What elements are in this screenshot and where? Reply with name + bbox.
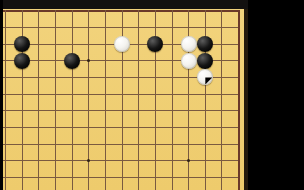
intersection[interactable] xyxy=(97,36,114,53)
intersection[interactable] xyxy=(30,36,47,53)
intersection[interactable] xyxy=(164,69,181,86)
intersection[interactable] xyxy=(164,136,181,153)
intersection[interactable] xyxy=(64,36,81,53)
intersection[interactable] xyxy=(147,186,164,190)
intersection[interactable] xyxy=(130,9,147,19)
intersection[interactable] xyxy=(164,186,181,190)
intersection[interactable] xyxy=(14,36,31,53)
intersection[interactable] xyxy=(80,19,97,36)
intersection[interactable] xyxy=(130,102,147,119)
intersection[interactable] xyxy=(180,9,197,19)
intersection[interactable] xyxy=(47,86,64,103)
intersection[interactable] xyxy=(97,19,114,36)
intersection[interactable] xyxy=(47,136,64,153)
intersection[interactable] xyxy=(180,19,197,36)
intersection[interactable] xyxy=(14,86,31,103)
intersection[interactable] xyxy=(3,119,14,136)
star-point xyxy=(187,159,190,162)
intersection[interactable] xyxy=(14,19,31,36)
intersection[interactable] xyxy=(197,102,214,119)
intersection[interactable] xyxy=(164,169,181,186)
intersection[interactable] xyxy=(30,169,47,186)
intersection[interactable] xyxy=(114,86,131,103)
intersection[interactable] xyxy=(47,36,64,53)
intersection[interactable] xyxy=(180,102,197,119)
black-stone-R16 xyxy=(197,53,213,69)
intersection[interactable] xyxy=(130,186,147,190)
intersection[interactable] xyxy=(197,86,214,103)
intersection[interactable] xyxy=(30,86,47,103)
intersection[interactable] xyxy=(14,152,31,169)
intersection[interactable] xyxy=(64,136,81,153)
intersection[interactable] xyxy=(80,186,97,190)
intersection[interactable] xyxy=(130,169,147,186)
intersection[interactable] xyxy=(147,9,164,19)
intersection[interactable] xyxy=(3,169,14,186)
intersection[interactable] xyxy=(130,119,147,136)
intersection[interactable] xyxy=(180,119,197,136)
white-stone-M17 xyxy=(114,36,130,52)
intersection[interactable] xyxy=(214,9,231,19)
video-frame xyxy=(0,0,304,190)
intersection[interactable] xyxy=(114,9,131,19)
intersection[interactable] xyxy=(114,102,131,119)
intersection[interactable] xyxy=(180,86,197,103)
intersection[interactable] xyxy=(147,86,164,103)
intersection[interactable] xyxy=(230,136,247,153)
intersection[interactable] xyxy=(214,36,231,53)
intersection[interactable] xyxy=(180,52,197,69)
intersection[interactable] xyxy=(164,9,181,19)
intersection[interactable] xyxy=(97,86,114,103)
intersection[interactable] xyxy=(230,19,247,36)
intersection[interactable] xyxy=(230,69,247,86)
intersection[interactable] xyxy=(214,119,231,136)
black-stone-J16 xyxy=(64,53,80,69)
intersection[interactable] xyxy=(214,102,231,119)
intersection[interactable] xyxy=(147,69,164,86)
intersection[interactable] xyxy=(3,9,14,19)
star-point xyxy=(87,159,90,162)
intersection[interactable] xyxy=(114,69,131,86)
intersection[interactable] xyxy=(30,152,47,169)
intersection[interactable] xyxy=(64,102,81,119)
intersection[interactable] xyxy=(114,19,131,36)
intersection[interactable] xyxy=(180,69,197,86)
intersection[interactable] xyxy=(230,86,247,103)
intersection[interactable] xyxy=(64,186,81,190)
intersection[interactable] xyxy=(97,9,114,19)
intersection[interactable] xyxy=(30,102,47,119)
intersection[interactable] xyxy=(97,136,114,153)
intersection[interactable] xyxy=(47,102,64,119)
last-move-triangle-icon xyxy=(205,77,212,84)
intersection[interactable] xyxy=(64,52,81,69)
intersection[interactable] xyxy=(197,9,214,19)
board-grid xyxy=(3,9,247,190)
intersection[interactable] xyxy=(230,9,247,19)
intersection[interactable] xyxy=(80,136,97,153)
intersection[interactable] xyxy=(230,119,247,136)
intersection[interactable] xyxy=(230,52,247,69)
intersection[interactable] xyxy=(230,36,247,53)
intersection[interactable] xyxy=(147,152,164,169)
intersection[interactable] xyxy=(180,169,197,186)
intersection[interactable] xyxy=(97,186,114,190)
intersection[interactable] xyxy=(3,186,14,190)
intersection[interactable] xyxy=(197,136,214,153)
intersection[interactable] xyxy=(47,69,64,86)
letterbox-right-bar xyxy=(248,0,304,190)
intersection[interactable] xyxy=(3,52,14,69)
star-point xyxy=(87,59,90,62)
intersection[interactable] xyxy=(47,169,64,186)
intersection[interactable] xyxy=(30,119,47,136)
intersection[interactable] xyxy=(130,86,147,103)
intersection[interactable] xyxy=(230,152,247,169)
intersection[interactable] xyxy=(47,186,64,190)
intersection[interactable] xyxy=(14,136,31,153)
intersection[interactable] xyxy=(130,152,147,169)
intersection[interactable] xyxy=(197,52,214,69)
intersection[interactable] xyxy=(214,169,231,186)
intersection[interactable] xyxy=(230,169,247,186)
intersection[interactable] xyxy=(14,9,31,19)
intersection[interactable] xyxy=(197,169,214,186)
intersection[interactable] xyxy=(214,19,231,36)
intersection[interactable] xyxy=(30,9,47,19)
intersection[interactable] xyxy=(114,36,131,53)
intersection[interactable] xyxy=(214,152,231,169)
intersection[interactable] xyxy=(180,152,197,169)
letterbox-left-bar xyxy=(0,0,3,190)
intersection[interactable] xyxy=(80,102,97,119)
intersection[interactable] xyxy=(47,119,64,136)
intersection[interactable] xyxy=(47,9,64,19)
intersection[interactable] xyxy=(197,36,214,53)
intersection[interactable] xyxy=(30,136,47,153)
intersection[interactable] xyxy=(114,152,131,169)
intersection[interactable] xyxy=(230,102,247,119)
intersection[interactable] xyxy=(147,52,164,69)
white-stone-R15 xyxy=(197,69,213,85)
intersection[interactable] xyxy=(80,169,97,186)
intersection[interactable] xyxy=(14,119,31,136)
intersection[interactable] xyxy=(97,152,114,169)
intersection[interactable] xyxy=(147,19,164,36)
intersection[interactable] xyxy=(130,136,147,153)
intersection[interactable] xyxy=(214,186,231,190)
intersection[interactable] xyxy=(130,69,147,86)
intersection[interactable] xyxy=(114,52,131,69)
intersection[interactable] xyxy=(80,69,97,86)
intersection[interactable] xyxy=(80,9,97,19)
intersection[interactable] xyxy=(114,136,131,153)
black-stone-F17 xyxy=(14,36,30,52)
intersection[interactable] xyxy=(64,9,81,19)
intersection[interactable] xyxy=(197,152,214,169)
intersection[interactable] xyxy=(3,69,14,86)
black-stone-R17 xyxy=(197,36,213,52)
intersection[interactable] xyxy=(197,69,214,86)
intersection[interactable] xyxy=(97,52,114,69)
black-stone-F16 xyxy=(14,53,30,69)
intersection[interactable] xyxy=(64,69,81,86)
black-stone-O17 xyxy=(147,36,163,52)
intersection[interactable] xyxy=(64,19,81,36)
intersection[interactable] xyxy=(3,136,14,153)
intersection[interactable] xyxy=(47,152,64,169)
intersection[interactable] xyxy=(114,169,131,186)
intersection[interactable] xyxy=(47,52,64,69)
intersection[interactable] xyxy=(164,19,181,36)
intersection[interactable] xyxy=(147,136,164,153)
intersection[interactable] xyxy=(14,169,31,186)
intersection[interactable] xyxy=(30,19,47,36)
intersection[interactable] xyxy=(97,69,114,86)
intersection[interactable] xyxy=(14,186,31,190)
intersection[interactable] xyxy=(114,119,131,136)
intersection[interactable] xyxy=(3,19,14,36)
intersection[interactable] xyxy=(114,186,131,190)
intersection[interactable] xyxy=(230,186,247,190)
intersection[interactable] xyxy=(180,36,197,53)
intersection[interactable] xyxy=(80,152,97,169)
intersection[interactable] xyxy=(14,102,31,119)
intersection[interactable] xyxy=(147,119,164,136)
intersection[interactable] xyxy=(80,52,97,69)
go-board xyxy=(3,9,248,190)
intersection[interactable] xyxy=(80,36,97,53)
intersection[interactable] xyxy=(30,186,47,190)
intersection[interactable] xyxy=(164,86,181,103)
intersection[interactable] xyxy=(30,52,47,69)
intersection[interactable] xyxy=(147,102,164,119)
intersection[interactable] xyxy=(164,52,181,69)
intersection[interactable] xyxy=(64,86,81,103)
intersection[interactable] xyxy=(47,19,64,36)
intersection[interactable] xyxy=(97,169,114,186)
intersection[interactable] xyxy=(164,102,181,119)
intersection[interactable] xyxy=(214,69,231,86)
intersection[interactable] xyxy=(164,36,181,53)
intersection[interactable] xyxy=(64,152,81,169)
intersection[interactable] xyxy=(3,152,14,169)
intersection[interactable] xyxy=(197,119,214,136)
white-stone-Q16 xyxy=(181,53,197,69)
intersection[interactable] xyxy=(64,119,81,136)
intersection[interactable] xyxy=(214,52,231,69)
intersection[interactable] xyxy=(3,36,14,53)
intersection[interactable] xyxy=(180,136,197,153)
intersection[interactable] xyxy=(197,186,214,190)
intersection[interactable] xyxy=(147,169,164,186)
intersection[interactable] xyxy=(30,69,47,86)
intersection[interactable] xyxy=(164,152,181,169)
intersection[interactable] xyxy=(130,19,147,36)
intersection[interactable] xyxy=(14,52,31,69)
intersection[interactable] xyxy=(14,69,31,86)
intersection[interactable] xyxy=(147,36,164,53)
intersection[interactable] xyxy=(3,86,14,103)
intersection[interactable] xyxy=(180,186,197,190)
intersection[interactable] xyxy=(64,169,81,186)
intersection[interactable] xyxy=(3,102,14,119)
intersection[interactable] xyxy=(130,36,147,53)
intersection[interactable] xyxy=(80,86,97,103)
intersection[interactable] xyxy=(80,119,97,136)
intersection[interactable] xyxy=(197,19,214,36)
intersection[interactable] xyxy=(97,119,114,136)
white-stone-Q17 xyxy=(181,36,197,52)
intersection[interactable] xyxy=(97,102,114,119)
intersection[interactable] xyxy=(214,136,231,153)
intersection[interactable] xyxy=(130,52,147,69)
intersection[interactable] xyxy=(164,119,181,136)
intersection[interactable] xyxy=(214,86,231,103)
